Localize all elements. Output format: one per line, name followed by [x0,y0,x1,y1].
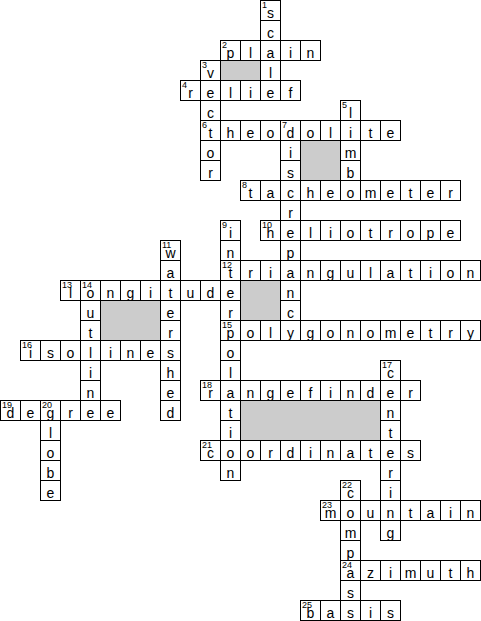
crossword-cell[interactable]: i [360,600,381,621]
crossword-cell[interactable]: 7d [280,120,301,141]
crossword-cell[interactable]: l [220,80,241,101]
cell-letter: m [345,526,357,540]
cell-letter: t [389,426,393,440]
cell-letter: t [409,506,413,520]
cell-letter: e [287,226,295,240]
crossword-cell[interactable]: t [400,180,421,201]
cell-letter: i [149,286,152,300]
cell-letter: u [187,286,195,300]
crossword-cell[interactable]: 19d [0,400,21,421]
cell-letter: n [247,386,255,400]
cell-letter: r [388,466,393,480]
crossword-cell[interactable]: s [380,600,401,621]
cell-letter: t [209,126,213,140]
crossword-cell[interactable]: e [200,80,221,101]
crossword-cell[interactable]: r [160,320,181,341]
cell-letter: t [409,266,413,280]
crossword-cell[interactable]: i [220,420,241,441]
crossword-cell[interactable]: a [320,600,341,621]
crossword-cell[interactable]: l [260,320,281,341]
crossword-cell[interactable]: 18r [200,380,221,401]
cell-letter: y [287,326,294,340]
cell-letter: e [147,346,155,360]
crossword-cell[interactable]: m [340,520,361,541]
cell-letter: f [289,86,293,100]
crossword-cell[interactable]: 23m [320,500,341,521]
cell-letter: e [47,486,55,500]
clue-number: 9 [222,221,227,230]
cell-letter: e [107,406,115,420]
crossword-cell[interactable]: 5l [340,100,361,121]
crossword-cell[interactable]: e [100,400,121,421]
crossword-cell[interactable]: 22c [340,480,361,501]
cell-letter: a [387,266,395,280]
cell-letter: l [309,226,312,240]
crossword-cell[interactable]: i [80,360,101,381]
crossword-cell[interactable]: i [380,560,401,581]
crossword-cell[interactable]: r [380,220,401,241]
crossword-cell[interactable]: r [220,300,241,321]
cell-letter: t [369,126,373,140]
crossword-cell[interactable]: u [340,260,361,281]
crossword-cell[interactable]: n [220,460,241,481]
cell-letter: i [369,606,372,620]
crossword-cell[interactable]: t [360,120,381,141]
crossword-cell[interactable]: o [440,260,461,281]
blocked-region [100,300,161,341]
clue-number: 8 [242,181,247,190]
cell-letter: g [47,406,55,420]
cell-letter: s [167,346,174,360]
crossword-cell[interactable]: n [280,280,301,301]
crossword-cell[interactable]: n [220,240,241,261]
cell-letter: c [347,486,354,500]
cell-letter: i [249,86,252,100]
crossword-cell[interactable]: h [460,560,481,581]
cell-letter: t [429,326,433,340]
crossword-cell[interactable]: 8t [240,180,261,201]
cell-letter: e [427,186,435,200]
crossword-cell[interactable]: e [160,300,181,321]
cell-letter: n [347,386,355,400]
cell-letter: o [247,446,255,460]
crossword-cell[interactable]: s [160,340,181,361]
cell-letter: u [427,566,435,580]
cell-letter: e [227,286,235,300]
crossword-cell[interactable]: i [420,260,441,281]
crossword-cell[interactable]: f [280,80,301,101]
cell-letter: c [267,26,274,40]
cell-letter: i [229,426,232,440]
cell-letter: o [307,126,315,140]
cell-letter: l [269,66,272,80]
cell-letter: i [329,226,332,240]
cell-letter: p [227,326,235,340]
crossword-cell[interactable]: u [360,500,381,521]
crossword-cell[interactable]: o [300,120,321,141]
crossword-cell[interactable]: d [200,280,221,301]
crossword-cell[interactable]: z [360,560,381,581]
cell-letter: b [347,166,355,180]
crossword-cell[interactable]: e [380,180,401,201]
crossword-cell[interactable]: 6t [200,120,221,141]
crossword-cell[interactable]: o [220,340,241,361]
crossword-cell[interactable]: t [400,500,421,521]
crossword-cell[interactable]: i [440,500,461,521]
crossword-cell[interactable]: r [260,440,281,461]
crossword-cell[interactable]: e [280,380,301,401]
crossword-cell[interactable]: c [280,300,301,321]
crossword-cell[interactable]: a [160,260,181,281]
cell-letter: n [227,466,235,480]
crossword-cell[interactable]: o [240,440,261,461]
crossword-cell[interactable]: a [340,440,361,461]
crossword-cell[interactable]: o [360,320,381,341]
cell-letter: m [405,566,417,580]
cell-letter: c [207,106,214,120]
crossword-cell[interactable]: a [380,260,401,281]
crossword-cell[interactable]: t [360,220,381,241]
crossword-cell[interactable]: 10h [260,220,281,241]
crossword-cell[interactable]: y [460,320,481,341]
crossword-cell[interactable]: f [300,380,321,401]
crossword-cell[interactable]: t [220,400,241,421]
crossword-cell[interactable]: s [40,340,61,361]
cell-letter: s [387,606,394,620]
cell-letter: e [247,126,255,140]
crossword-cell[interactable]: d [280,440,301,461]
crossword-cell[interactable]: m [340,140,361,161]
crossword-cell[interactable]: t [160,280,181,301]
cell-letter: e [447,226,455,240]
crossword-cell[interactable]: e [400,320,421,341]
crossword-cell[interactable]: g [120,280,141,301]
cell-letter: e [167,306,175,320]
cell-letter: l [269,326,272,340]
crossword-cell[interactable]: l [40,420,61,441]
cell-letter: i [229,226,232,240]
crossword-cell[interactable]: u [80,300,101,321]
crossword-cell[interactable]: u [420,560,441,581]
cell-letter: i [269,266,272,280]
crossword-cell[interactable]: s [340,580,361,601]
crossword-cell[interactable]: r [380,460,401,481]
crossword-cell[interactable]: i [260,260,281,281]
crossword-cell[interactable]: e [380,120,401,141]
cell-letter: d [207,286,215,300]
crossword-cell[interactable]: a [260,180,281,201]
crossword-cell[interactable]: c [260,20,281,41]
cell-letter: m [385,326,397,340]
cell-letter: e [27,406,35,420]
crossword-cell[interactable]: l [240,40,261,61]
crossword-cell[interactable]: l [260,60,281,81]
crossword-cell[interactable]: m [400,560,421,581]
cell-letter: p [287,246,295,260]
crossword-cell[interactable]: n [240,380,261,401]
crossword-cell[interactable]: 11w [160,240,181,261]
cell-letter: i [349,126,352,140]
crossword-cell[interactable]: g [300,320,321,341]
crossword-cell[interactable]: 21c [200,440,221,461]
crossword-cell[interactable]: o [340,180,361,201]
crossword-cell[interactable]: 16i [20,340,41,361]
crossword-cell[interactable]: s [280,160,301,181]
crossword-cell[interactable]: r [200,160,221,181]
cell-letter: i [109,346,112,360]
cell-letter: r [288,206,293,220]
crossword-cell[interactable]: i [280,40,301,61]
crossword-cell[interactable]: e [380,440,401,461]
crossword-cell[interactable]: e [440,220,461,241]
cell-letter: a [287,266,295,280]
cell-letter: l [369,266,372,280]
crossword-cell[interactable]: o [40,440,61,461]
cell-letter: n [87,386,95,400]
crossword-cell[interactable]: i [320,380,341,401]
crossword-cell[interactable]: r [60,400,81,421]
crossword-cell[interactable]: a [220,380,241,401]
cell-letter: n [387,406,395,420]
crossword-cell[interactable]: t [420,320,441,341]
crossword-cell[interactable]: e [380,380,401,401]
cell-letter: r [208,386,213,400]
blocked-region [240,280,281,321]
cell-letter: e [407,326,415,340]
cell-letter: r [168,326,173,340]
crossword-cell[interactable]: e [20,400,41,421]
cell-letter: m [345,146,357,160]
crossword-cell[interactable]: o [200,140,221,161]
cell-letter: r [268,446,273,460]
cell-letter: r [188,86,193,100]
crossword-cell[interactable]: 25b [300,600,321,621]
cell-letter: t [229,266,233,280]
crossword-cell[interactable]: i [240,80,261,101]
crossword-cell[interactable]: l [300,220,321,241]
crossword-cell[interactable]: i [380,480,401,501]
cell-letter: a [327,606,335,620]
cell-letter: r [448,326,453,340]
crossword-cell[interactable]: r [400,380,421,401]
crossword-cell[interactable]: h [220,120,241,141]
crossword-cell[interactable]: r [240,260,261,281]
cell-letter: e [287,386,295,400]
crossword-cell[interactable]: l [320,120,341,141]
crossword-cell[interactable]: e [240,120,261,141]
crossword-cell[interactable]: i [280,140,301,161]
crossword-cell[interactable]: o [260,120,281,141]
cell-letter: p [227,46,235,60]
crossword-cell[interactable]: l [220,360,241,381]
crossword-cell[interactable]: e [220,280,241,301]
crossword-cell[interactable]: 17c [380,360,401,381]
cell-letter: n [287,286,295,300]
cell-letter: d [367,386,375,400]
cell-letter: e [327,186,335,200]
crossword-cell[interactable]: i [320,220,341,241]
cell-letter: s [407,446,414,460]
crossword-cell[interactable]: c [280,180,301,201]
cell-letter: e [387,386,395,400]
crossword-cell[interactable]: i [140,280,161,301]
cell-letter: l [69,286,72,300]
crossword-cell[interactable]: 1s [260,0,281,21]
crossword-cell[interactable]: 12t [220,260,241,281]
cell-letter: s [267,6,274,20]
cell-letter: e [207,86,215,100]
crossword-cell[interactable]: o [340,500,361,521]
crossword-cell[interactable]: e [260,80,281,101]
clue-number: 6 [202,121,207,130]
crossword-cell[interactable]: s [340,600,361,621]
crossword-cell[interactable]: 24a [340,560,361,581]
crossword-cell[interactable]: e [40,480,61,501]
crossword-cell[interactable]: o [400,220,421,241]
crossword-cell[interactable]: i [340,120,361,141]
crossword-cell[interactable]: r [440,180,461,201]
cell-letter: g [267,386,275,400]
crossword-cell[interactable]: o [220,440,241,461]
cell-letter: n [127,346,135,360]
cell-letter: l [49,426,52,440]
crossword-cell[interactable]: p [420,220,441,241]
cell-letter: e [267,86,275,100]
cell-letter: s [347,606,354,620]
crossword-cell[interactable]: n [100,280,121,301]
crossword-cell[interactable]: i [100,340,121,361]
crossword-cell[interactable]: n [80,380,101,401]
cell-letter: t [169,286,173,300]
cell-letter: o [227,446,235,460]
crossword-cell[interactable]: n [380,400,401,421]
crossword-cell[interactable]: r [280,200,301,221]
crossword-cell[interactable]: n [300,260,321,281]
cell-letter: y [467,326,474,340]
crossword-cell[interactable]: p [280,240,301,261]
crossword-cell[interactable]: t [400,260,421,281]
crossword-cell[interactable]: 20g [40,400,61,421]
crossword-cell[interactable]: l [80,340,101,361]
cell-letter: h [467,566,475,580]
cell-letter: s [287,166,294,180]
crossword-cell[interactable]: o [320,320,341,341]
cell-letter: o [367,326,375,340]
crossword-cell[interactable]: m [360,180,381,201]
crossword-cell[interactable]: n [320,440,341,461]
crossword-cell[interactable]: d [360,380,381,401]
cell-letter: n [387,506,395,520]
crossword-cell[interactable]: 13l [60,280,81,301]
crossword-cell[interactable]: t [380,420,401,441]
crossword-cell[interactable]: n [460,500,481,521]
crossword-cell[interactable]: o [60,340,81,361]
crossword-cell[interactable]: e [160,380,181,401]
cell-letter: o [247,326,255,340]
cell-letter: o [67,346,75,360]
cell-letter: s [47,346,54,360]
cell-letter: s [347,586,354,600]
crossword-cell[interactable]: l [360,260,381,281]
crossword-cell[interactable]: e [320,180,341,201]
cell-letter: e [387,126,395,140]
crossword-cell[interactable]: a [280,260,301,281]
crossword-cell[interactable]: 4r [180,80,201,101]
crossword-cell[interactable]: t [360,440,381,461]
crossword-cell[interactable]: n [300,40,321,61]
cell-letter: n [107,286,115,300]
crossword-cell[interactable]: m [380,320,401,341]
crossword-cell[interactable]: e [280,220,301,241]
crossword-cell[interactable]: g [320,260,341,281]
crossword-cell[interactable]: r [440,320,461,341]
crossword-cell[interactable]: 2p [220,40,241,61]
crossword-cell[interactable]: e [140,340,161,361]
crossword-cell[interactable]: g [380,520,401,541]
crossword-cell[interactable]: n [380,500,401,521]
crossword-cell[interactable]: t [80,320,101,341]
cell-letter: t [229,406,233,420]
crossword-cell[interactable]: g [260,380,281,401]
crossword-cell[interactable]: b [40,460,61,481]
cell-letter: l [329,126,332,140]
crossword-cell[interactable]: e [80,400,101,421]
crossword-cell[interactable]: n [340,380,361,401]
crossword-cell[interactable]: c [200,100,221,121]
cell-letter: n [307,266,315,280]
cell-letter: n [467,266,475,280]
crossword-cell[interactable]: n [460,260,481,281]
crossword-cell[interactable]: u [180,280,201,301]
crossword-cell[interactable]: y [280,320,301,341]
crossword-cell[interactable]: n [340,320,361,341]
cell-letter: i [429,266,432,280]
cell-letter: h [267,226,275,240]
crossword-cell[interactable]: p [340,540,361,561]
cell-letter: g [307,326,315,340]
crossword-cell[interactable]: d [160,400,181,421]
cell-letter: c [207,446,214,460]
cell-letter: z [367,566,374,580]
crossword-cell[interactable]: h [300,180,321,201]
crossword-cell[interactable]: o [340,220,361,241]
cell-letter: o [47,446,55,460]
cell-letter: g [327,266,335,280]
crossword-cell[interactable]: e [420,180,441,201]
crossword-cell[interactable]: a [260,40,281,61]
cell-letter: a [427,506,435,520]
cell-letter: i [329,386,332,400]
blocked-region [220,60,261,81]
crossword-cell[interactable]: 14o [80,280,101,301]
cell-letter: d [7,406,15,420]
clue-number: 5 [342,101,347,110]
crossword-cell[interactable]: b [340,160,361,181]
crossword-cell[interactable]: 15p [220,320,241,341]
cell-letter: l [229,366,232,380]
crossword-cell[interactable]: a [420,500,441,521]
cell-letter: a [227,386,235,400]
crossword-cell[interactable]: h [160,360,181,381]
crossword-cell[interactable]: t [440,560,461,581]
crossword-cell[interactable]: n [120,340,141,361]
crossword-cell[interactable]: o [240,320,261,341]
cell-letter: e [387,186,395,200]
crossword-cell[interactable]: 3v [200,60,221,81]
crossword-cell[interactable]: s [400,440,421,461]
crossword-cell[interactable]: i [300,440,321,461]
crossword-cell[interactable]: 9i [220,220,241,241]
